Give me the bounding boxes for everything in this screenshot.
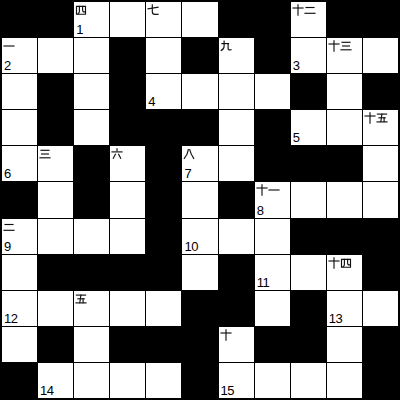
cell-r10c3[interactable] — [74, 327, 109, 362]
cell-r8c8[interactable]: 11 — [255, 255, 290, 290]
cell-r9c4[interactable] — [110, 291, 145, 326]
cell-r7c3[interactable] — [74, 219, 109, 254]
cell-r2c5[interactable] — [146, 38, 181, 73]
cell-r6c8[interactable]: 8 — [255, 182, 290, 217]
cell-r9c1[interactable]: 12 — [2, 291, 37, 326]
cell-r1c6[interactable] — [182, 2, 217, 37]
cell-r2c7[interactable] — [219, 38, 254, 73]
kanji-clue-label — [328, 40, 352, 52]
cell-r9c5[interactable] — [146, 291, 181, 326]
kanji-clue-label — [3, 221, 15, 233]
cell-r8c11-block — [363, 255, 398, 290]
cell-r11c10[interactable] — [327, 363, 362, 398]
numeric-clue-label: 3 — [293, 59, 300, 72]
cell-r9c8[interactable] — [255, 291, 290, 326]
kanji-clue-label — [183, 148, 195, 160]
cell-r3c1[interactable] — [2, 74, 37, 109]
cell-r8c10[interactable] — [327, 255, 362, 290]
cell-r5c11[interactable] — [363, 146, 398, 181]
cell-r3c4-block — [110, 74, 145, 109]
cell-r5c7[interactable] — [219, 146, 254, 181]
numeric-clue-label: 10 — [184, 240, 197, 253]
cell-r11c3[interactable] — [74, 363, 109, 398]
cell-r11c11-block — [363, 363, 398, 398]
numeric-clue-label: 7 — [184, 167, 191, 180]
numeric-clue-label: 1 — [76, 23, 83, 36]
cell-r6c5-block — [146, 182, 181, 217]
cell-r7c9-block — [291, 219, 326, 254]
cell-r9c9-block — [291, 291, 326, 326]
numeric-clue-label: 5 — [293, 131, 300, 144]
cell-r7c11-block — [363, 219, 398, 254]
cell-r8c2-block — [38, 255, 73, 290]
cell-r2c4-block — [110, 38, 145, 73]
cell-r1c10-block — [327, 2, 362, 37]
cell-r3c6[interactable] — [182, 74, 217, 109]
cell-r6c11[interactable] — [363, 182, 398, 217]
cell-r5c4[interactable] — [110, 146, 145, 181]
cell-r1c4[interactable] — [110, 2, 145, 37]
cell-r3c5[interactable]: 4 — [146, 74, 181, 109]
cell-r6c2[interactable] — [38, 182, 73, 217]
cell-r11c9[interactable] — [291, 363, 326, 398]
cell-r2c2[interactable] — [38, 38, 73, 73]
cell-r9c2[interactable] — [38, 291, 73, 326]
cell-r5c6[interactable]: 7 — [182, 146, 217, 181]
cell-r9c3[interactable] — [74, 291, 109, 326]
cell-r5c8-block — [255, 146, 290, 181]
cell-r6c10[interactable] — [327, 182, 362, 217]
kanji-clue-label — [75, 293, 87, 305]
kanji-clue-label — [75, 4, 87, 16]
cell-r10c8-block — [255, 327, 290, 362]
cell-r2c8-block — [255, 38, 290, 73]
cell-r10c10[interactable] — [327, 327, 362, 362]
cell-r7c2[interactable] — [38, 219, 73, 254]
cell-r11c4[interactable] — [110, 363, 145, 398]
cell-r10c11-block — [363, 327, 398, 362]
cell-r3c3[interactable] — [74, 74, 109, 109]
cell-r1c9[interactable] — [291, 2, 326, 37]
cell-r9c11[interactable] — [363, 291, 398, 326]
numeric-clue-label: 6 — [4, 167, 11, 180]
cell-r4c7[interactable] — [219, 110, 254, 145]
cell-r4c11[interactable] — [363, 110, 398, 145]
numeric-clue-label: 12 — [4, 312, 17, 325]
cell-r5c3-block — [74, 146, 109, 181]
cell-r8c7-block — [219, 255, 254, 290]
numeric-clue-label: 14 — [40, 384, 53, 397]
cell-r4c1[interactable] — [2, 110, 37, 145]
cell-r2c10[interactable] — [327, 38, 362, 73]
kanji-clue-label — [111, 148, 123, 160]
crossword-board: 123456789101112131415 — [0, 0, 400, 400]
cell-r4c6-block — [182, 110, 217, 145]
cell-r7c1[interactable]: 9 — [2, 219, 37, 254]
cell-r11c1-block — [2, 363, 37, 398]
numeric-clue-label: 11 — [257, 276, 270, 289]
cell-r8c9[interactable] — [291, 255, 326, 290]
kanji-clue-label — [3, 40, 15, 52]
cell-r2c1[interactable]: 2 — [2, 38, 37, 73]
cell-r8c5-block — [146, 255, 181, 290]
cell-r2c9[interactable]: 3 — [291, 38, 326, 73]
cell-r11c7[interactable]: 15 — [219, 363, 254, 398]
kanji-clue-label — [39, 148, 51, 160]
cell-r10c2-block — [38, 327, 73, 362]
cell-r7c7[interactable] — [219, 219, 254, 254]
cell-r11c5[interactable] — [146, 363, 181, 398]
cell-r6c1-block — [2, 182, 37, 217]
cell-r10c4-block — [110, 327, 145, 362]
numeric-clue-label: 13 — [329, 312, 342, 325]
kanji-clue-label — [292, 4, 316, 16]
cell-r8c3-block — [74, 255, 109, 290]
numeric-clue-label: 8 — [257, 204, 264, 217]
cell-r3c11-block — [363, 74, 398, 109]
cell-r4c5-block — [146, 110, 181, 145]
cell-r3c2-block — [38, 74, 73, 109]
cell-r10c9-block — [291, 327, 326, 362]
cell-r10c5-block — [146, 327, 181, 362]
cell-r8c6[interactable] — [182, 255, 217, 290]
cell-r11c6-block — [182, 363, 217, 398]
cell-r6c9[interactable] — [291, 182, 326, 217]
cell-r9c7-block — [219, 291, 254, 326]
cell-r4c2-block — [38, 110, 73, 145]
cell-r1c1-block — [2, 2, 37, 37]
cell-r7c5-block — [146, 219, 181, 254]
cell-r3c7[interactable] — [219, 74, 254, 109]
kanji-clue-label — [328, 257, 352, 269]
numeric-clue-label: 15 — [221, 384, 234, 397]
cell-r2c6-block — [182, 38, 217, 73]
cell-r6c7-block — [219, 182, 254, 217]
cell-r4c10[interactable] — [327, 110, 362, 145]
cell-r3c8[interactable] — [255, 74, 290, 109]
cell-r5c10-block — [327, 146, 362, 181]
cell-r7c6[interactable]: 10 — [182, 219, 217, 254]
cell-r7c10-block — [327, 219, 362, 254]
cell-r11c8[interactable] — [255, 363, 290, 398]
kanji-clue-label — [364, 112, 388, 124]
cell-r7c8[interactable] — [255, 219, 290, 254]
cell-r6c3-block — [74, 182, 109, 217]
cell-r6c4[interactable] — [110, 182, 145, 217]
cell-r11c2[interactable]: 14 — [38, 363, 73, 398]
cell-r1c7-block — [219, 2, 254, 37]
kanji-clue-label — [220, 40, 232, 52]
kanji-clue-label — [220, 329, 232, 341]
cell-r2c11[interactable] — [363, 38, 398, 73]
cell-r9c6-block — [182, 291, 217, 326]
numeric-clue-label: 4 — [148, 95, 155, 108]
cell-r6c6[interactable] — [182, 182, 217, 217]
cell-r8c4-block — [110, 255, 145, 290]
cell-r8c1[interactable] — [2, 255, 37, 290]
cell-r4c9[interactable]: 5 — [291, 110, 326, 145]
cell-r3c10[interactable] — [327, 74, 362, 109]
numeric-clue-label: 2 — [4, 59, 11, 72]
cell-r1c2-block — [38, 2, 73, 37]
cell-r5c2[interactable] — [38, 146, 73, 181]
cell-r9c10[interactable]: 13 — [327, 291, 362, 326]
cell-r5c1[interactable]: 6 — [2, 146, 37, 181]
cell-r1c5[interactable] — [146, 2, 181, 37]
cell-r10c7[interactable] — [219, 327, 254, 362]
cell-r1c8-block — [255, 2, 290, 37]
cell-r5c5-block — [146, 146, 181, 181]
cell-r4c8-block — [255, 110, 290, 145]
cell-r1c3[interactable]: 1 — [74, 2, 109, 37]
kanji-clue-label — [147, 4, 159, 16]
cell-r5c9-block — [291, 146, 326, 181]
kanji-clue-label — [256, 184, 280, 196]
cell-r2c3[interactable] — [74, 38, 109, 73]
cell-r10c6-block — [182, 327, 217, 362]
cell-r7c4[interactable] — [110, 219, 145, 254]
cell-r4c3[interactable] — [74, 110, 109, 145]
numeric-clue-label: 9 — [4, 240, 11, 253]
cell-r4c4-block — [110, 110, 145, 145]
cell-r10c1[interactable] — [2, 327, 37, 362]
cell-r1c11-block — [363, 2, 398, 37]
cell-r3c9-block — [291, 74, 326, 109]
